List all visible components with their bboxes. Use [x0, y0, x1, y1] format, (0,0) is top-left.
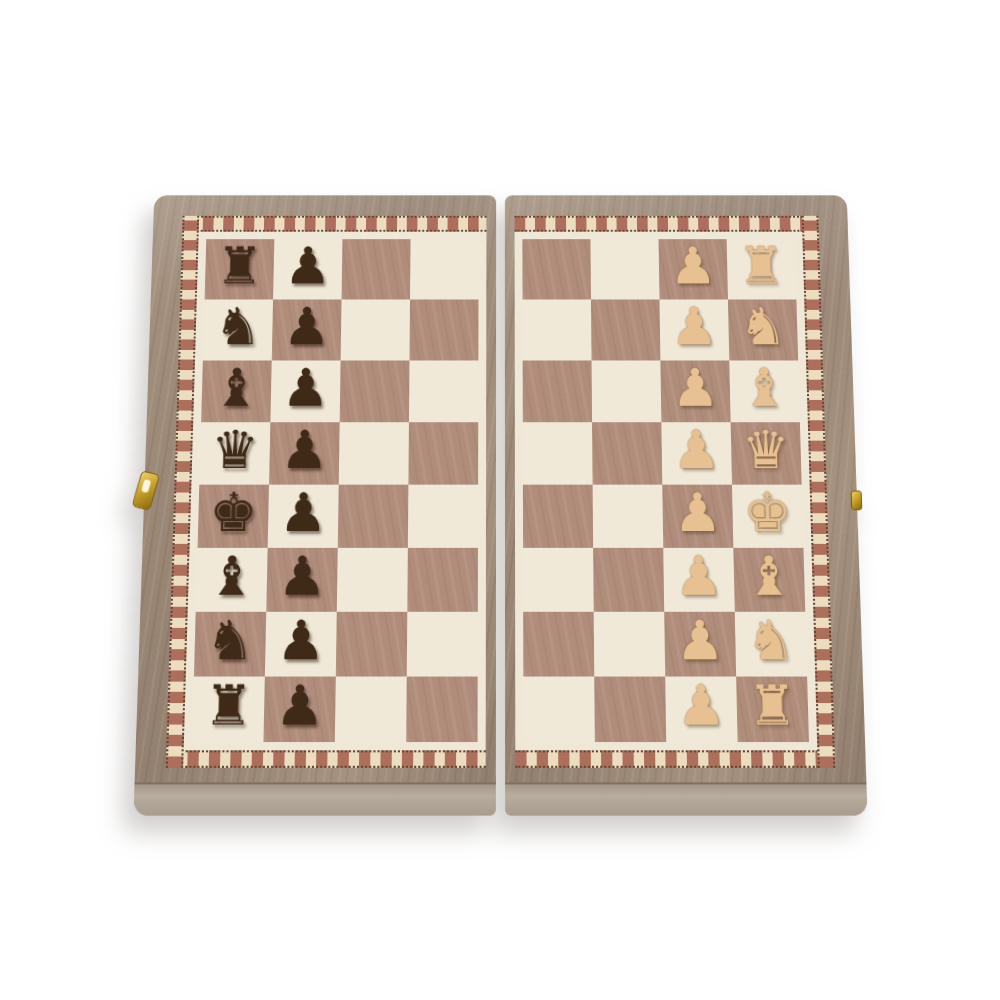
square [334, 677, 406, 743]
piece-white-pawn: ♟ [669, 241, 717, 292]
piece-black-rook: ♜ [215, 241, 263, 292]
piece-white-pawn: ♟ [676, 679, 726, 734]
square: ♞ [727, 299, 797, 360]
piece-white-pawn: ♟ [675, 614, 725, 669]
square [408, 360, 477, 422]
square: ♜ [726, 239, 796, 299]
square [590, 239, 659, 299]
square: ♟ [266, 548, 338, 612]
square: ♟ [659, 299, 729, 360]
square: ♟ [267, 485, 338, 548]
square [523, 612, 594, 677]
playing-area-left: ♜♟♞♟♝♟♛♟♚♟♝♟♞♟♜♟ [165, 216, 486, 768]
piece-black-pawn: ♟ [279, 424, 328, 477]
board-left-half: ♜♟♞♟♝♟♛♟♚♟♝♟♞♟♜♟ [133, 195, 496, 815]
piece-black-pawn: ♟ [282, 301, 330, 352]
square [590, 299, 659, 360]
board-grid-right: ♟♜♟♞♟♝♟♛♟♚♟♝♟♞♟♜ [522, 239, 809, 742]
square [592, 485, 663, 548]
mosaic-border-bottom [165, 750, 485, 768]
square [522, 360, 591, 422]
piece-black-pawn: ♟ [274, 679, 324, 734]
piece-white-bishop: ♝ [739, 362, 788, 414]
square [523, 548, 594, 612]
piece-white-queen: ♛ [741, 424, 790, 477]
square: ♟ [663, 548, 735, 612]
board-grid-left: ♜♟♞♟♝♟♛♟♚♟♝♟♞♟♜♟ [192, 239, 479, 742]
piece-white-rook: ♜ [747, 679, 798, 734]
square [335, 612, 407, 677]
square [593, 612, 665, 677]
square [406, 677, 478, 743]
square: ♝ [201, 360, 272, 422]
square: ♟ [273, 239, 342, 299]
piece-white-bishop: ♝ [744, 550, 794, 604]
playing-area-right: ♟♜♟♞♟♝♟♛♟♚♟♝♟♞♟♜ [514, 216, 835, 768]
square [406, 612, 477, 677]
piece-white-pawn: ♟ [670, 301, 718, 352]
product-photo-scene: ♜♟♞♟♝♟♛♟♚♟♝♟♞♟♜♟ ♟♜♟♞♟♝♟♛♟♚♟♝♟♞♟♜ [0, 0, 1000, 1000]
square [522, 485, 592, 548]
square [408, 422, 478, 484]
square: ♝ [729, 360, 800, 422]
square: ♟ [263, 677, 335, 743]
square [341, 239, 410, 299]
square: ♟ [660, 360, 730, 422]
square [410, 239, 479, 299]
piece-white-king: ♚ [742, 487, 792, 540]
square [523, 677, 595, 743]
mosaic-border-top [514, 216, 818, 232]
piece-white-pawn: ♟ [674, 550, 724, 604]
piece-white-pawn: ♟ [672, 424, 721, 477]
piece-black-pawn: ♟ [281, 362, 330, 414]
square [340, 299, 409, 360]
piece-black-pawn: ♟ [277, 550, 327, 604]
square: ♛ [199, 422, 270, 484]
mosaic-border-bottom [515, 750, 835, 768]
square: ♟ [269, 422, 340, 484]
square [522, 422, 592, 484]
square [593, 548, 664, 612]
square: ♞ [202, 299, 272, 360]
piece-black-king: ♚ [208, 487, 258, 540]
square: ♟ [658, 239, 727, 299]
square: ♛ [730, 422, 801, 484]
square: ♟ [665, 677, 737, 743]
piece-white-pawn: ♟ [671, 362, 720, 414]
piece-white-knight: ♞ [745, 614, 795, 669]
square: ♝ [195, 548, 267, 612]
square: ♚ [197, 485, 268, 548]
piece-black-queen: ♛ [210, 424, 259, 477]
square: ♟ [271, 299, 341, 360]
square: ♟ [264, 612, 336, 677]
square: ♟ [270, 360, 340, 422]
piece-white-knight: ♞ [738, 301, 787, 352]
square [407, 485, 477, 548]
piece-white-pawn: ♟ [673, 487, 722, 540]
square [522, 299, 591, 360]
square: ♚ [731, 485, 802, 548]
brass-hinge-pin [850, 490, 862, 510]
square: ♜ [736, 677, 809, 743]
square: ♟ [661, 422, 732, 484]
square: ♜ [204, 239, 274, 299]
piece-black-bishop: ♝ [206, 550, 256, 604]
square: ♞ [193, 612, 265, 677]
piece-black-bishop: ♝ [211, 362, 260, 414]
square [592, 422, 662, 484]
mosaic-border-top [182, 216, 486, 232]
square [337, 485, 408, 548]
piece-black-rook: ♜ [203, 679, 254, 734]
square [339, 360, 409, 422]
square: ♝ [733, 548, 805, 612]
square [522, 239, 591, 299]
square: ♟ [662, 485, 733, 548]
square [594, 677, 666, 743]
piece-black-knight: ♞ [205, 614, 255, 669]
square: ♟ [664, 612, 736, 677]
board-right-half: ♟♜♟♞♟♝♟♛♟♚♟♝♟♞♟♜ [504, 195, 867, 815]
folding-chess-box: ♜♟♞♟♝♟♛♟♚♟♝♟♞♟♜♟ ♟♜♟♞♟♝♟♛♟♚♟♝♟♞♟♜ [133, 195, 867, 815]
piece-black-pawn: ♟ [283, 241, 331, 292]
piece-white-rook: ♜ [737, 241, 785, 292]
square [336, 548, 407, 612]
square [338, 422, 408, 484]
piece-black-knight: ♞ [213, 301, 262, 352]
piece-black-pawn: ♟ [278, 487, 327, 540]
square [591, 360, 661, 422]
square: ♞ [734, 612, 806, 677]
square: ♜ [192, 677, 265, 743]
piece-black-pawn: ♟ [275, 614, 325, 669]
square [409, 299, 478, 360]
square [407, 548, 478, 612]
